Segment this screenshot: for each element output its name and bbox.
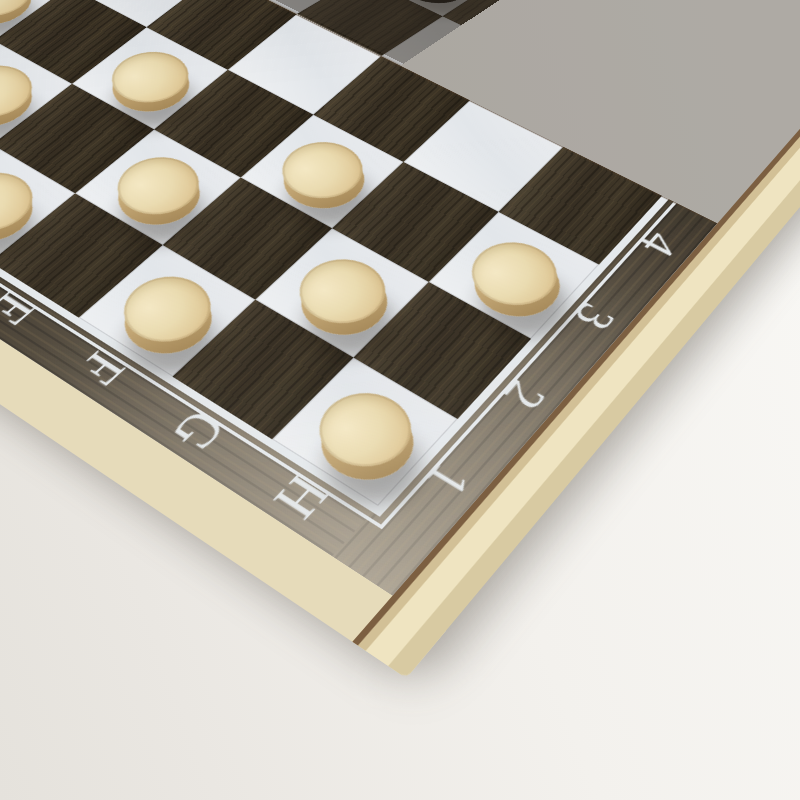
square-G6[interactable]: [532, 0, 680, 86]
square-H6[interactable]: [620, 59, 765, 147]
rank-label-text: 5: [690, 168, 744, 199]
checker-piece-dark[interactable]: ⛂: [382, 0, 478, 4]
square-H6[interactable]: [624, 29, 718, 131]
table-surface: ⛀⛀⛀⛀⛀⛀⛀⛀⛀⛀⛀⛀ABCDEFGH12345678 ⛂⛂⛂⛂⛂⛂⛂⛂⛂⛂⛂…: [0, 0, 800, 800]
rank-label-text: 5: [692, 159, 718, 194]
square-H7[interactable]: [680, 0, 717, 72]
board-face: ⛀⛀⛀⛀⛀⛀⛀⛀⛀⛀⛀⛀ABCDEFGH12345678: [0, 0, 717, 595]
square-H7[interactable]: ⛂: [672, 20, 800, 101]
rank-label-text: 7: [789, 79, 800, 106]
square-H8[interactable]: [720, 0, 800, 60]
checker-piece-dark[interactable]: ⛂: [520, 0, 613, 7]
square-G7[interactable]: [584, 0, 721, 59]
board-near-half: ⛀⛀⛀⛀⛀⛀⛀⛀⛀⛀⛀⛀ABCDEFGH12345678: [0, 0, 717, 595]
checker-piece-light[interactable]: ⛀: [266, 131, 379, 210]
checker-piece-dark[interactable]: ⛂: [694, 32, 790, 88]
rank-label-7: 7: [765, 60, 800, 125]
checker-piece-dark[interactable]: ⛂: [654, 0, 745, 9]
checker-piece-light[interactable]: ⛀: [282, 247, 402, 336]
square-F7[interactable]: ⛂: [499, 0, 634, 18]
checker-piece-light[interactable]: ⛀: [301, 379, 429, 482]
checkers-board: ⛀⛀⛀⛀⛀⛀⛀⛀⛀⛀⛀⛀ABCDEFGH12345678 ⛂⛂⛂⛂⛂⛂⛂⛂⛂⛂⛂…: [0, 0, 800, 595]
square-F6[interactable]: [443, 0, 584, 58]
square-G6[interactable]: ⛂: [529, 18, 672, 101]
square-E6[interactable]: ⛂: [360, 0, 499, 16]
square-E6[interactable]: [361, 0, 504, 1]
checker-piece-dark[interactable]: ⛂: [552, 30, 651, 87]
checker-piece-light[interactable]: ⛀: [455, 230, 573, 318]
square-G8[interactable]: ⛂: [634, 0, 765, 20]
square-F6[interactable]: [445, 0, 591, 43]
square-G7[interactable]: [590, 0, 717, 29]
